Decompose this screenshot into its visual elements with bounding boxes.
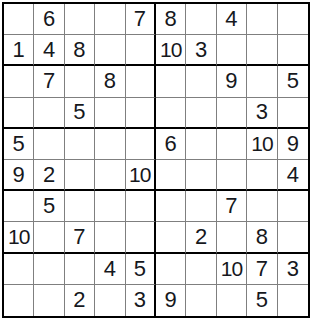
cell-r9c4[interactable]: 4 — [95, 254, 125, 285]
cell-r1c3[interactable] — [65, 4, 95, 35]
cell-r10c10[interactable] — [278, 285, 308, 316]
cell-r6c7[interactable] — [186, 160, 216, 191]
cell-r8c9[interactable]: 8 — [247, 222, 277, 253]
cell-r5c9[interactable]: 10 — [247, 129, 277, 160]
cell-r6c2[interactable]: 2 — [34, 160, 64, 191]
cell-r9c5[interactable]: 5 — [126, 254, 156, 285]
cell-r1c9[interactable] — [247, 4, 277, 35]
cell-r2c2[interactable]: 4 — [34, 35, 64, 66]
cell-r4c7[interactable] — [186, 98, 216, 129]
cell-r1c10[interactable] — [278, 4, 308, 35]
cell-r3c3[interactable] — [65, 66, 95, 97]
cell-r3c4[interactable]: 8 — [95, 66, 125, 97]
cell-r8c5[interactable] — [126, 222, 156, 253]
cell-r4c1[interactable] — [4, 98, 34, 129]
cell-r9c9[interactable]: 7 — [247, 254, 277, 285]
cell-r2c3[interactable]: 8 — [65, 35, 95, 66]
cell-r5c2[interactable] — [34, 129, 64, 160]
cell-r7c10[interactable] — [278, 191, 308, 222]
cell-r10c8[interactable] — [217, 285, 247, 316]
cell-r9c1[interactable] — [4, 254, 34, 285]
cell-r2c9[interactable] — [247, 35, 277, 66]
cell-r5c5[interactable] — [126, 129, 156, 160]
cell-r8c2[interactable] — [34, 222, 64, 253]
cell-r1c8[interactable]: 4 — [217, 4, 247, 35]
cell-r4c6[interactable] — [156, 98, 186, 129]
cell-r8c4[interactable] — [95, 222, 125, 253]
cell-r3c5[interactable] — [126, 66, 156, 97]
cell-r9c7[interactable] — [186, 254, 216, 285]
cell-r9c10[interactable]: 3 — [278, 254, 308, 285]
cell-r1c2[interactable]: 6 — [34, 4, 64, 35]
cell-r8c3[interactable]: 7 — [65, 222, 95, 253]
cell-r1c1[interactable] — [4, 4, 34, 35]
cell-r4c9[interactable]: 3 — [247, 98, 277, 129]
cell-r4c4[interactable] — [95, 98, 125, 129]
cell-r3c2[interactable]: 7 — [34, 66, 64, 97]
cell-r10c5[interactable]: 3 — [126, 285, 156, 316]
cell-r8c7[interactable]: 2 — [186, 222, 216, 253]
cell-r3c1[interactable] — [4, 66, 34, 97]
cell-r3c6[interactable] — [156, 66, 186, 97]
cell-r3c8[interactable]: 9 — [217, 66, 247, 97]
cell-r10c9[interactable]: 5 — [247, 285, 277, 316]
cell-r7c2[interactable]: 5 — [34, 191, 64, 222]
cell-r2c8[interactable] — [217, 35, 247, 66]
cell-r6c4[interactable] — [95, 160, 125, 191]
cell-r6c3[interactable] — [65, 160, 95, 191]
sudoku-board: 6784148103789553561099210457107284510732… — [2, 2, 310, 318]
cell-r6c9[interactable] — [247, 160, 277, 191]
cell-r5c6[interactable]: 6 — [156, 129, 186, 160]
cell-r10c3[interactable]: 2 — [65, 285, 95, 316]
page: 6784148103789553561099210457107284510732… — [0, 0, 312, 320]
cell-r4c8[interactable] — [217, 98, 247, 129]
cell-r2c1[interactable]: 1 — [4, 35, 34, 66]
cell-r4c3[interactable]: 5 — [65, 98, 95, 129]
cell-r4c5[interactable] — [126, 98, 156, 129]
cell-r5c3[interactable] — [65, 129, 95, 160]
cell-r3c9[interactable] — [247, 66, 277, 97]
cell-r9c6[interactable] — [156, 254, 186, 285]
cell-r9c2[interactable] — [34, 254, 64, 285]
cell-r10c7[interactable] — [186, 285, 216, 316]
cell-r7c6[interactable] — [156, 191, 186, 222]
cell-r2c7[interactable]: 3 — [186, 35, 216, 66]
cell-r1c5[interactable]: 7 — [126, 4, 156, 35]
cell-r8c1[interactable]: 10 — [4, 222, 34, 253]
cell-r6c8[interactable] — [217, 160, 247, 191]
cell-r7c7[interactable] — [186, 191, 216, 222]
cell-r5c4[interactable] — [95, 129, 125, 160]
cell-r7c8[interactable]: 7 — [217, 191, 247, 222]
cell-r6c10[interactable]: 4 — [278, 160, 308, 191]
cell-r7c3[interactable] — [65, 191, 95, 222]
cell-r4c2[interactable] — [34, 98, 64, 129]
cell-r5c8[interactable] — [217, 129, 247, 160]
cell-r2c10[interactable] — [278, 35, 308, 66]
cell-r1c7[interactable] — [186, 4, 216, 35]
cell-r10c2[interactable] — [34, 285, 64, 316]
cell-r4c10[interactable] — [278, 98, 308, 129]
cell-r6c1[interactable]: 9 — [4, 160, 34, 191]
cell-r2c4[interactable] — [95, 35, 125, 66]
cell-r2c6[interactable]: 10 — [156, 35, 186, 66]
cell-r8c6[interactable] — [156, 222, 186, 253]
cell-r3c10[interactable]: 5 — [278, 66, 308, 97]
cell-r8c8[interactable] — [217, 222, 247, 253]
cell-r3c7[interactable] — [186, 66, 216, 97]
cell-r2c5[interactable] — [126, 35, 156, 66]
cell-r7c4[interactable] — [95, 191, 125, 222]
cell-r9c3[interactable] — [65, 254, 95, 285]
cell-r5c7[interactable] — [186, 129, 216, 160]
cell-r5c10[interactable]: 9 — [278, 129, 308, 160]
cell-r10c4[interactable] — [95, 285, 125, 316]
cell-r10c6[interactable]: 9 — [156, 285, 186, 316]
cell-r8c10[interactable] — [278, 222, 308, 253]
cell-r1c6[interactable]: 8 — [156, 4, 186, 35]
cell-r5c1[interactable]: 5 — [4, 129, 34, 160]
cell-r7c9[interactable] — [247, 191, 277, 222]
cell-r10c1[interactable] — [4, 285, 34, 316]
cell-r1c4[interactable] — [95, 4, 125, 35]
cell-r7c1[interactable] — [4, 191, 34, 222]
cell-r6c5[interactable]: 10 — [126, 160, 156, 191]
cell-r9c8[interactable]: 10 — [217, 254, 247, 285]
cell-r7c5[interactable] — [126, 191, 156, 222]
cell-r6c6[interactable] — [156, 160, 186, 191]
